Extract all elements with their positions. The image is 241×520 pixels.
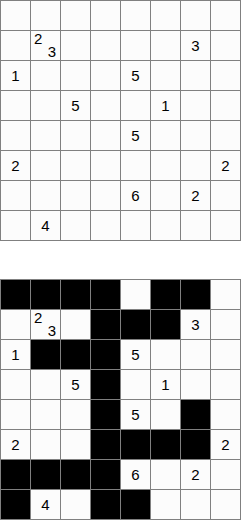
puzzle-cell-r7c4 bbox=[91, 181, 120, 210]
puzzle-cell-r2c7: 3 bbox=[181, 31, 210, 60]
solution-board: 2331551522624 bbox=[0, 279, 241, 520]
solution-cell-r7c5: 6 bbox=[121, 460, 150, 489]
solution-cell-r5c3 bbox=[61, 400, 90, 429]
puzzle-cell-r8c6 bbox=[151, 211, 180, 240]
puzzle-cell-r2c1 bbox=[1, 31, 30, 60]
solution-cell-r4c6: 1 bbox=[151, 370, 180, 399]
solution-clue-pair-bottom-right: 3 bbox=[48, 324, 56, 337]
puzzle-cell-r8c7 bbox=[181, 211, 210, 240]
solution-cell-r1c7 bbox=[181, 280, 210, 309]
solution-cell-r6c3 bbox=[61, 430, 90, 459]
solution-cell-r6c7 bbox=[181, 430, 210, 459]
puzzle-clue-pair-top-left: 2 bbox=[34, 32, 42, 45]
puzzle-cell-r2c2: 23 bbox=[31, 31, 60, 60]
solution-cell-r6c8: 2 bbox=[211, 430, 240, 459]
puzzle-cell-r6c1: 2 bbox=[1, 151, 30, 180]
puzzle-cell-r2c8 bbox=[211, 31, 240, 60]
solution-cell-r7c3 bbox=[61, 460, 90, 489]
puzzle-cell-r2c6 bbox=[151, 31, 180, 60]
solution-clue-pair-top-left: 2 bbox=[34, 311, 42, 324]
solution-cell-r2c3 bbox=[61, 310, 90, 339]
solution-cell-r1c3 bbox=[61, 280, 90, 309]
puzzle-board: 2331551522624 bbox=[0, 0, 241, 241]
solution-cell-r1c8 bbox=[211, 280, 240, 309]
puzzle-cell-r4c4 bbox=[91, 91, 120, 120]
solution-cell-r8c7 bbox=[181, 490, 210, 519]
puzzle-cell-r4c8 bbox=[211, 91, 240, 120]
solution-cell-r7c7: 2 bbox=[181, 460, 210, 489]
solution-cell-r8c5 bbox=[121, 490, 150, 519]
solution-cell-r5c1 bbox=[1, 400, 30, 429]
solution-cell-r7c8 bbox=[211, 460, 240, 489]
puzzle-cell-r4c3: 5 bbox=[61, 91, 90, 120]
puzzle-cell-r7c7: 2 bbox=[181, 181, 210, 210]
solution-cell-r8c2: 4 bbox=[31, 490, 60, 519]
solution-cell-r2c8 bbox=[211, 310, 240, 339]
solution-cell-r2c7: 3 bbox=[181, 310, 210, 339]
solution-cell-r8c8 bbox=[211, 490, 240, 519]
puzzle-cell-r1c3 bbox=[61, 1, 90, 30]
puzzle-cell-r6c3 bbox=[61, 151, 90, 180]
solution-cell-r4c5 bbox=[121, 370, 150, 399]
puzzle-cell-r7c3 bbox=[61, 181, 90, 210]
solution-cell-r4c4 bbox=[91, 370, 120, 399]
solution-cell-r8c3 bbox=[61, 490, 90, 519]
solution-cell-r5c4 bbox=[91, 400, 120, 429]
puzzle-cell-r1c8 bbox=[211, 1, 240, 30]
solution-cell-r3c4 bbox=[91, 340, 120, 369]
solution-cell-r4c7 bbox=[181, 370, 210, 399]
solution-cell-r2c1 bbox=[1, 310, 30, 339]
puzzle-cell-r8c1 bbox=[1, 211, 30, 240]
puzzle-cell-r3c2 bbox=[31, 61, 60, 90]
solution-cell-r3c1: 1 bbox=[1, 340, 30, 369]
solution-cell-r7c6 bbox=[151, 460, 180, 489]
puzzle-cell-r2c3 bbox=[61, 31, 90, 60]
puzzle-cell-r3c5: 5 bbox=[121, 61, 150, 90]
solution-cell-r1c1 bbox=[1, 280, 30, 309]
puzzle-cell-r4c7 bbox=[181, 91, 210, 120]
puzzle-cell-r1c5 bbox=[121, 1, 150, 30]
puzzle-cell-r1c4 bbox=[91, 1, 120, 30]
solution-cell-r5c6 bbox=[151, 400, 180, 429]
puzzle-cell-r7c6 bbox=[151, 181, 180, 210]
puzzle-cell-r2c5 bbox=[121, 31, 150, 60]
puzzle-cell-r6c7 bbox=[181, 151, 210, 180]
solution-cell-r6c2 bbox=[31, 430, 60, 459]
solution-cell-r2c5 bbox=[121, 310, 150, 339]
solution-cell-r5c7 bbox=[181, 400, 210, 429]
puzzle-cell-r5c5: 5 bbox=[121, 121, 150, 150]
solution-cell-r2c2: 23 bbox=[31, 310, 60, 339]
puzzle-cell-r8c3 bbox=[61, 211, 90, 240]
solution-cell-r1c5 bbox=[121, 280, 150, 309]
solution-cell-r3c2 bbox=[31, 340, 60, 369]
puzzle-cell-r1c2 bbox=[31, 1, 60, 30]
puzzle-cell-r5c7 bbox=[181, 121, 210, 150]
puzzle-cell-r5c6 bbox=[151, 121, 180, 150]
puzzle-cell-r3c1: 1 bbox=[1, 61, 30, 90]
puzzle-cell-r1c6 bbox=[151, 1, 180, 30]
solution-cell-r3c5: 5 bbox=[121, 340, 150, 369]
puzzle-cell-r2c4 bbox=[91, 31, 120, 60]
solution-cell-r7c2 bbox=[31, 460, 60, 489]
puzzle-clue-pair-bottom-right: 3 bbox=[48, 45, 56, 58]
puzzle-cell-r6c8: 2 bbox=[211, 151, 240, 180]
solution-cell-r2c4 bbox=[91, 310, 120, 339]
puzzle-cell-r6c2 bbox=[31, 151, 60, 180]
puzzle-cell-r1c1 bbox=[1, 1, 30, 30]
solution-cell-r5c8 bbox=[211, 400, 240, 429]
solution-cell-r5c2 bbox=[31, 400, 60, 429]
puzzle-cell-r4c6: 1 bbox=[151, 91, 180, 120]
solution-cell-r1c6 bbox=[151, 280, 180, 309]
solution-cell-r4c3: 5 bbox=[61, 370, 90, 399]
solution-cell-r6c1: 2 bbox=[1, 430, 30, 459]
puzzle-cell-r8c4 bbox=[91, 211, 120, 240]
puzzle-cell-r1c7 bbox=[181, 1, 210, 30]
puzzle-cell-r3c4 bbox=[91, 61, 120, 90]
solution-cell-r7c1 bbox=[1, 460, 30, 489]
puzzle-cell-r6c4 bbox=[91, 151, 120, 180]
puzzle-cell-r5c1 bbox=[1, 121, 30, 150]
puzzle-cell-r8c2: 4 bbox=[31, 211, 60, 240]
puzzle-cell-r3c6 bbox=[151, 61, 180, 90]
solution-cell-r3c7 bbox=[181, 340, 210, 369]
puzzle-cell-r5c8 bbox=[211, 121, 240, 150]
puzzle-cell-r6c5 bbox=[121, 151, 150, 180]
solution-cell-r6c6 bbox=[151, 430, 180, 459]
puzzle-cell-r8c8 bbox=[211, 211, 240, 240]
puzzle-cell-r4c1 bbox=[1, 91, 30, 120]
puzzle-cell-r3c3 bbox=[61, 61, 90, 90]
puzzle-cell-r6c6 bbox=[151, 151, 180, 180]
puzzle-cell-r8c5 bbox=[121, 211, 150, 240]
puzzle-cell-r5c3 bbox=[61, 121, 90, 150]
solution-cell-r3c3 bbox=[61, 340, 90, 369]
puzzle-cell-r4c5 bbox=[121, 91, 150, 120]
puzzle-cell-r7c5: 6 bbox=[121, 181, 150, 210]
solution-cell-r8c1 bbox=[1, 490, 30, 519]
puzzle-cell-r4c2 bbox=[31, 91, 60, 120]
solution-cell-r2c6 bbox=[151, 310, 180, 339]
puzzle-cell-r7c8 bbox=[211, 181, 240, 210]
puzzle-cell-r3c7 bbox=[181, 61, 210, 90]
solution-cell-r8c4 bbox=[91, 490, 120, 519]
solution-cell-r3c6 bbox=[151, 340, 180, 369]
solution-cell-r1c4 bbox=[91, 280, 120, 309]
solution-cell-r6c5 bbox=[121, 430, 150, 459]
solution-cell-r8c6 bbox=[151, 490, 180, 519]
solution-cell-r6c4 bbox=[91, 430, 120, 459]
puzzle-cell-r3c8 bbox=[211, 61, 240, 90]
solution-cell-r4c1 bbox=[1, 370, 30, 399]
puzzle-cell-r5c2 bbox=[31, 121, 60, 150]
puzzle-cell-r5c4 bbox=[91, 121, 120, 150]
solution-cell-r1c2 bbox=[31, 280, 60, 309]
solution-cell-r3c8 bbox=[211, 340, 240, 369]
puzzle-cell-r7c1 bbox=[1, 181, 30, 210]
solution-cell-r5c5: 5 bbox=[121, 400, 150, 429]
puzzle-cell-r7c2 bbox=[31, 181, 60, 210]
solution-cell-r7c4 bbox=[91, 460, 120, 489]
solution-cell-r4c8 bbox=[211, 370, 240, 399]
solution-cell-r4c2 bbox=[31, 370, 60, 399]
